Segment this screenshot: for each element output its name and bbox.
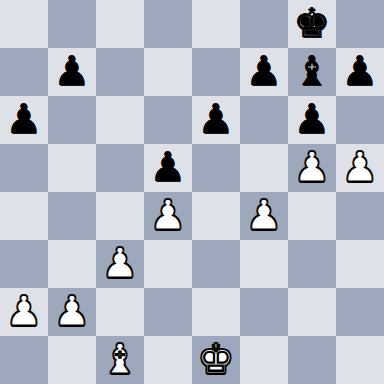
square-f6[interactable] (240, 96, 288, 144)
black-pawn[interactable]: ♟ (294, 95, 331, 143)
square-b4[interactable] (48, 192, 96, 240)
square-b1[interactable] (48, 336, 96, 384)
square-b5[interactable] (48, 144, 96, 192)
square-a7[interactable] (0, 48, 48, 96)
black-pawn[interactable]: ♟ (198, 95, 235, 143)
square-b8[interactable] (48, 0, 96, 48)
chess-board-wrapper: ♚♟♟♝♟♟♟♟♟♟♟♟♟♟♟♟♝♚ (0, 0, 384, 384)
square-g6[interactable]: ♟ (288, 96, 336, 144)
square-a2[interactable]: ♟ (0, 288, 48, 336)
square-f8[interactable] (240, 0, 288, 48)
square-e6[interactable]: ♟ (192, 96, 240, 144)
square-h1[interactable] (336, 336, 384, 384)
square-f1[interactable] (240, 336, 288, 384)
square-d5[interactable]: ♟ (144, 144, 192, 192)
square-d4[interactable]: ♟ (144, 192, 192, 240)
square-a8[interactable] (0, 0, 48, 48)
square-e7[interactable] (192, 48, 240, 96)
square-a1[interactable] (0, 336, 48, 384)
square-c6[interactable] (96, 96, 144, 144)
square-c1[interactable]: ♝ (96, 336, 144, 384)
square-e3[interactable] (192, 240, 240, 288)
chess-board: ♚♟♟♝♟♟♟♟♟♟♟♟♟♟♟♟♝♚ (0, 0, 384, 384)
square-h7[interactable]: ♟ (336, 48, 384, 96)
square-h4[interactable] (336, 192, 384, 240)
square-g2[interactable] (288, 288, 336, 336)
square-b3[interactable] (48, 240, 96, 288)
square-c4[interactable] (96, 192, 144, 240)
square-e2[interactable] (192, 288, 240, 336)
square-f5[interactable] (240, 144, 288, 192)
square-c8[interactable] (96, 0, 144, 48)
square-b7[interactable]: ♟ (48, 48, 96, 96)
square-d8[interactable] (144, 0, 192, 48)
square-b6[interactable] (48, 96, 96, 144)
white-pawn[interactable]: ♟ (294, 143, 331, 191)
square-g1[interactable] (288, 336, 336, 384)
square-h5[interactable]: ♟ (336, 144, 384, 192)
square-h3[interactable] (336, 240, 384, 288)
white-pawn[interactable]: ♟ (6, 287, 43, 335)
square-e1[interactable]: ♚ (192, 336, 240, 384)
square-g4[interactable] (288, 192, 336, 240)
white-bishop[interactable]: ♝ (102, 335, 139, 383)
square-a4[interactable] (0, 192, 48, 240)
square-c5[interactable] (96, 144, 144, 192)
square-h2[interactable] (336, 288, 384, 336)
square-h6[interactable] (336, 96, 384, 144)
black-pawn[interactable]: ♟ (150, 143, 187, 191)
black-pawn[interactable]: ♟ (342, 47, 379, 95)
black-pawn[interactable]: ♟ (6, 95, 43, 143)
square-g8[interactable]: ♚ (288, 0, 336, 48)
white-pawn[interactable]: ♟ (342, 143, 379, 191)
black-pawn[interactable]: ♟ (54, 47, 91, 95)
square-a6[interactable]: ♟ (0, 96, 48, 144)
square-c3[interactable]: ♟ (96, 240, 144, 288)
square-g5[interactable]: ♟ (288, 144, 336, 192)
square-c2[interactable] (96, 288, 144, 336)
square-d6[interactable] (144, 96, 192, 144)
white-king[interactable]: ♚ (198, 335, 235, 383)
square-h8[interactable] (336, 0, 384, 48)
square-g7[interactable]: ♝ (288, 48, 336, 96)
square-e5[interactable] (192, 144, 240, 192)
square-b2[interactable]: ♟ (48, 288, 96, 336)
square-f4[interactable]: ♟ (240, 192, 288, 240)
black-pawn[interactable]: ♟ (246, 47, 283, 95)
square-e8[interactable] (192, 0, 240, 48)
square-f2[interactable] (240, 288, 288, 336)
square-f7[interactable]: ♟ (240, 48, 288, 96)
square-d3[interactable] (144, 240, 192, 288)
white-pawn[interactable]: ♟ (54, 287, 91, 335)
white-pawn[interactable]: ♟ (246, 191, 283, 239)
square-a5[interactable] (0, 144, 48, 192)
square-d1[interactable] (144, 336, 192, 384)
white-pawn[interactable]: ♟ (102, 239, 139, 287)
square-d7[interactable] (144, 48, 192, 96)
square-f3[interactable] (240, 240, 288, 288)
black-king[interactable]: ♚ (294, 0, 331, 47)
square-g3[interactable] (288, 240, 336, 288)
black-bishop[interactable]: ♝ (294, 47, 331, 95)
square-a3[interactable] (0, 240, 48, 288)
square-d2[interactable] (144, 288, 192, 336)
square-e4[interactable] (192, 192, 240, 240)
white-pawn[interactable]: ♟ (150, 191, 187, 239)
square-c7[interactable] (96, 48, 144, 96)
